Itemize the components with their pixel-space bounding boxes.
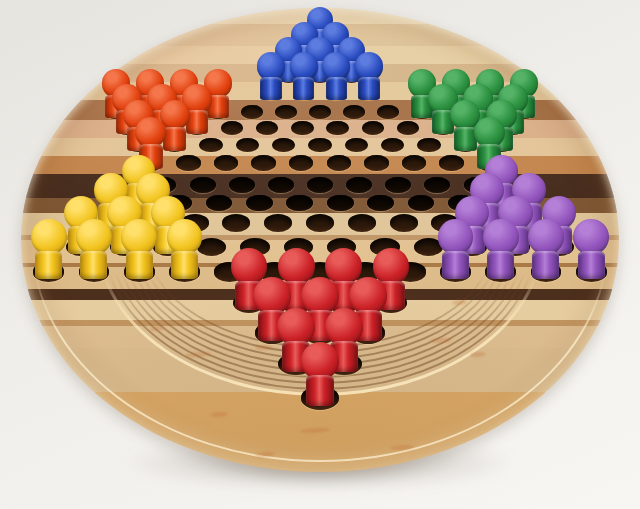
hole-r5c7[interactable] (309, 105, 330, 118)
hole-r10c6[interactable] (327, 195, 354, 212)
hole-r11c4[interactable] (222, 214, 250, 231)
peg-yellow-r13c2[interactable] (76, 219, 112, 279)
peg-body (358, 77, 379, 99)
hole-r7c9[interactable] (417, 138, 440, 152)
hole-r11c7[interactable] (348, 214, 376, 231)
hole-r9c5[interactable] (307, 177, 333, 193)
hole-r8c9[interactable] (439, 155, 463, 170)
peg-body (80, 251, 107, 279)
hole-r6c6[interactable] (291, 121, 313, 135)
hole-r8c7[interactable] (364, 155, 388, 170)
peg-purple-r13c13[interactable] (573, 219, 609, 279)
peg-body (260, 77, 281, 99)
peg-head (483, 219, 519, 255)
peg-yellow-r13c3[interactable] (121, 219, 157, 279)
peg-head (76, 219, 112, 255)
hole-r9c2[interactable] (190, 177, 216, 193)
peg-blue-r4c1[interactable] (257, 52, 285, 99)
peg-body (326, 77, 347, 99)
hole-r9c4[interactable] (268, 177, 294, 193)
hole-r8c5[interactable] (289, 155, 313, 170)
hole-r7c3[interactable] (199, 138, 222, 152)
peg-red-r17c1[interactable] (301, 342, 339, 406)
hole-r8c6[interactable] (327, 155, 351, 170)
hole-r7c7[interactable] (345, 138, 368, 152)
hole-r11c5[interactable] (264, 214, 292, 231)
hole-r8c4[interactable] (251, 155, 275, 170)
peg-head (528, 219, 564, 255)
peg-body (171, 251, 198, 279)
peg-head (325, 308, 363, 346)
hole-r7c6[interactable] (308, 138, 331, 152)
peg-head (573, 219, 609, 255)
peg-body (306, 375, 335, 405)
peg-body (163, 127, 186, 151)
peg-blue-r4c2[interactable] (290, 52, 318, 99)
peg-body (532, 251, 559, 279)
hole-r9c3[interactable] (229, 177, 255, 193)
hole-r10c4[interactable] (246, 195, 273, 212)
hole-r6c9[interactable] (397, 121, 419, 135)
hole-r6c7[interactable] (326, 121, 348, 135)
peg-body (126, 251, 153, 279)
peg-head (121, 219, 157, 255)
peg-body (35, 251, 62, 279)
hole-r6c4[interactable] (221, 121, 243, 135)
hole-r10c7[interactable] (367, 195, 394, 212)
peg-blue-r4c3[interactable] (322, 52, 350, 99)
peg-head (301, 342, 339, 380)
peg-blue-r4c4[interactable] (355, 52, 383, 99)
hole-r9c6[interactable] (346, 177, 372, 193)
peg-head (277, 308, 315, 346)
hole-r8c8[interactable] (402, 155, 426, 170)
hole-r5c6[interactable] (275, 105, 296, 118)
hole-r11c8[interactable] (390, 214, 418, 231)
peg-body (442, 251, 469, 279)
peg-purple-r13c12[interactable] (528, 219, 564, 279)
peg-body (487, 251, 514, 279)
peg-yellow-r13c1[interactable] (31, 219, 67, 279)
hole-r9c8[interactable] (424, 177, 450, 193)
photo-scene (0, 0, 640, 509)
chinese-checkers-board (21, 8, 619, 472)
hole-r8c2[interactable] (176, 155, 200, 170)
hole-r9c7[interactable] (385, 177, 411, 193)
hole-r7c4[interactable] (236, 138, 259, 152)
peg-head (31, 219, 67, 255)
hole-r5c8[interactable] (343, 105, 364, 118)
peg-purple-r13c11[interactable] (483, 219, 519, 279)
peg-purple-r13c10[interactable] (438, 219, 474, 279)
peg-body (578, 251, 605, 279)
hole-r5c5[interactable] (241, 105, 262, 118)
hole-r11c6[interactable] (306, 214, 334, 231)
hole-r8c3[interactable] (214, 155, 238, 170)
peg-head (167, 219, 203, 255)
hole-r5c9[interactable] (377, 105, 398, 118)
peg-yellow-r13c4[interactable] (167, 219, 203, 279)
peg-body (293, 77, 314, 99)
peg-head (438, 219, 474, 255)
hole-r6c8[interactable] (362, 121, 384, 135)
